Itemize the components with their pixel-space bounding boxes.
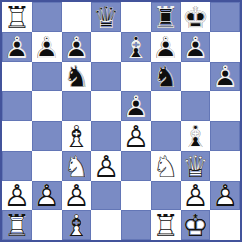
square-g1[interactable]: ♚♔ [181, 210, 211, 240]
square-e5[interactable]: ♟♙ [121, 91, 151, 121]
piece-black-bishop: ♝♗ [181, 122, 211, 152]
piece-black-pawn: ♟♙ [2, 33, 32, 63]
piece-black-pawn: ♟♙ [121, 92, 151, 122]
square-c4[interactable]: ♝♗ [62, 121, 92, 151]
piece-white-rook: ♜♖ [2, 3, 32, 33]
square-h1[interactable] [210, 210, 240, 240]
square-c6[interactable]: ♞♘ [62, 62, 92, 92]
square-g2[interactable]: ♟♙ [181, 181, 211, 211]
chess-board: ♜♖♛♕♜♖♚♔♟♙♟♙♟♙♝♗♟♙♟♙♞♘♞♘♟♙♟♙♝♗♟♙♝♗♞♘♟♙♞♘… [0, 0, 242, 242]
square-f8[interactable]: ♜♖ [151, 2, 181, 32]
square-h3[interactable] [210, 151, 240, 181]
square-e4[interactable]: ♟♙ [121, 121, 151, 151]
piece-black-knight: ♞♘ [62, 63, 92, 93]
square-d3[interactable]: ♟♙ [91, 151, 121, 181]
piece-white-knight: ♞♘ [62, 152, 92, 182]
square-f7[interactable]: ♟♙ [151, 32, 181, 62]
square-g6[interactable] [181, 62, 211, 92]
square-c8[interactable] [62, 2, 92, 32]
square-g5[interactable] [181, 91, 211, 121]
square-d2[interactable] [91, 181, 121, 211]
square-h5[interactable] [210, 91, 240, 121]
square-g4[interactable]: ♝♗ [181, 121, 211, 151]
square-c2[interactable]: ♟♙ [62, 181, 92, 211]
square-f1[interactable]: ♜♖ [151, 210, 181, 240]
square-e7[interactable]: ♝♗ [121, 32, 151, 62]
square-d4[interactable] [91, 121, 121, 151]
square-f6[interactable]: ♞♘ [151, 62, 181, 92]
square-a5[interactable] [2, 91, 32, 121]
piece-white-pawn: ♟♙ [62, 182, 92, 212]
piece-white-pawn: ♟♙ [210, 182, 240, 212]
square-c3[interactable]: ♞♘ [62, 151, 92, 181]
square-a2[interactable]: ♟♙ [2, 181, 32, 211]
square-b2[interactable]: ♟♙ [32, 181, 62, 211]
square-b4[interactable] [32, 121, 62, 151]
square-a8[interactable]: ♜♖ [2, 2, 32, 32]
square-d7[interactable] [91, 32, 121, 62]
piece-black-pawn: ♟♙ [32, 33, 62, 63]
square-h2[interactable]: ♟♙ [210, 181, 240, 211]
square-a7[interactable]: ♟♙ [2, 32, 32, 62]
piece-white-king: ♚♔ [181, 211, 211, 241]
piece-white-pawn: ♟♙ [2, 182, 32, 212]
piece-white-rook: ♜♖ [151, 211, 181, 241]
square-b7[interactable]: ♟♙ [32, 32, 62, 62]
square-d6[interactable] [91, 62, 121, 92]
piece-black-rook: ♜♖ [151, 3, 181, 33]
square-g3[interactable]: ♛♕ [181, 151, 211, 181]
square-h6[interactable]: ♟♙ [210, 62, 240, 92]
square-c7[interactable]: ♟♙ [62, 32, 92, 62]
square-h4[interactable] [210, 121, 240, 151]
square-f3[interactable]: ♞♘ [151, 151, 181, 181]
square-g8[interactable]: ♚♔ [181, 2, 211, 32]
square-h8[interactable] [210, 2, 240, 32]
piece-white-bishop: ♝♗ [62, 122, 92, 152]
square-e8[interactable] [121, 2, 151, 32]
piece-black-pawn: ♟♙ [151, 33, 181, 63]
square-f2[interactable] [151, 181, 181, 211]
square-c1[interactable]: ♝♗ [62, 210, 92, 240]
square-g7[interactable]: ♟♙ [181, 32, 211, 62]
square-b3[interactable] [32, 151, 62, 181]
piece-white-rook: ♜♖ [2, 211, 32, 241]
piece-white-knight: ♞♘ [151, 152, 181, 182]
piece-black-pawn: ♟♙ [181, 33, 211, 63]
square-a3[interactable] [2, 151, 32, 181]
piece-black-king: ♚♔ [181, 3, 211, 33]
square-b1[interactable] [32, 210, 62, 240]
piece-white-pawn: ♟♙ [181, 182, 211, 212]
square-b5[interactable] [32, 91, 62, 121]
piece-white-pawn: ♟♙ [32, 182, 62, 212]
square-f4[interactable] [151, 121, 181, 151]
piece-white-pawn: ♟♙ [121, 122, 151, 152]
square-c5[interactable] [62, 91, 92, 121]
square-d1[interactable] [91, 210, 121, 240]
square-a6[interactable] [2, 62, 32, 92]
square-h7[interactable] [210, 32, 240, 62]
square-b8[interactable] [32, 2, 62, 32]
piece-black-knight: ♞♘ [151, 63, 181, 93]
square-f5[interactable] [151, 91, 181, 121]
piece-black-bishop: ♝♗ [121, 33, 151, 63]
square-e2[interactable] [121, 181, 151, 211]
piece-white-queen: ♛♕ [181, 152, 211, 182]
square-b6[interactable] [32, 62, 62, 92]
piece-black-pawn: ♟♙ [62, 33, 92, 63]
square-e3[interactable] [121, 151, 151, 181]
square-d8[interactable]: ♛♕ [91, 2, 121, 32]
piece-black-pawn: ♟♙ [210, 63, 240, 93]
piece-white-pawn: ♟♙ [91, 152, 121, 182]
square-a1[interactable]: ♜♖ [2, 210, 32, 240]
square-e6[interactable] [121, 62, 151, 92]
piece-white-bishop: ♝♗ [62, 211, 92, 241]
square-e1[interactable] [121, 210, 151, 240]
piece-black-queen: ♛♕ [91, 3, 121, 33]
square-d5[interactable] [91, 91, 121, 121]
square-a4[interactable] [2, 121, 32, 151]
